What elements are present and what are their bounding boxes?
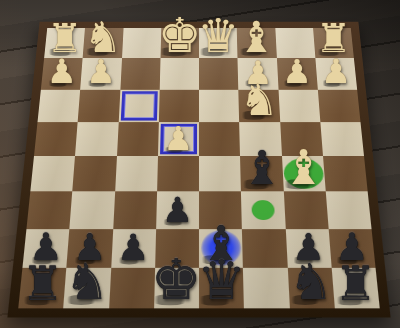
square-d4[interactable] (199, 122, 240, 156)
black-rook-h8[interactable]: ♜ (21, 261, 63, 308)
black-king-e8[interactable]: ♚ (151, 253, 202, 309)
square-a4[interactable] (320, 122, 364, 156)
white-pawn-a2[interactable]: ♟ (321, 55, 351, 89)
square-g5[interactable] (72, 156, 116, 192)
black-knight-b8[interactable]: ♞ (289, 259, 334, 309)
square-h3[interactable] (38, 89, 81, 122)
square-f6[interactable] (113, 192, 157, 229)
move-dot-c6[interactable] (251, 200, 275, 220)
square-f1[interactable] (122, 28, 161, 58)
square-b3[interactable] (278, 89, 320, 122)
white-pawn-b2[interactable]: ♟ (282, 56, 312, 89)
square-e5[interactable] (157, 156, 199, 192)
black-pawn-e6[interactable]: ♟ (162, 193, 193, 228)
square-a3[interactable] (318, 89, 361, 122)
black-bishop-c5[interactable]: ♝ (241, 145, 283, 192)
square-d3[interactable] (199, 89, 239, 122)
square-h4[interactable] (34, 122, 78, 156)
white-pawn-g2[interactable]: ♟ (86, 56, 116, 89)
square-g4[interactable] (75, 122, 118, 156)
square-a5[interactable] (323, 156, 368, 192)
square-f5[interactable] (115, 156, 158, 192)
square-b6[interactable] (283, 192, 328, 229)
black-pawn-f7[interactable]: ♟ (117, 230, 149, 266)
white-bishop-b5[interactable]: ♝ (282, 144, 325, 192)
white-pawn-e4[interactable]: ♟ (164, 122, 194, 155)
square-f3[interactable] (118, 89, 159, 122)
square-c8[interactable] (243, 268, 289, 309)
square-d2[interactable] (199, 58, 239, 89)
square-f4[interactable] (117, 122, 159, 156)
white-pawn-h2[interactable]: ♟ (47, 55, 77, 89)
square-h6[interactable] (26, 192, 72, 229)
square-g3[interactable] (78, 89, 120, 122)
black-queen-d8[interactable]: ♛ (197, 255, 246, 309)
last-move-frame-f3 (120, 91, 157, 120)
black-knight-g8[interactable]: ♞ (65, 259, 110, 309)
app-background: ♜♜♞♝♛♚♟♟♟♟♟♞♟♝♝♟♝♟♟♟♟♟♜♜♞♞♛♚ (0, 0, 400, 328)
square-e3[interactable] (159, 89, 199, 122)
square-c6[interactable] (241, 192, 285, 229)
white-knight-c3[interactable]: ♞ (240, 79, 279, 122)
square-f2[interactable] (120, 58, 160, 89)
square-g6[interactable] (70, 192, 115, 229)
square-f8[interactable] (109, 268, 155, 309)
square-h5[interactable] (30, 156, 75, 192)
square-c7[interactable] (242, 229, 287, 268)
square-d5[interactable] (199, 156, 241, 192)
black-rook-a8[interactable]: ♜ (335, 261, 377, 308)
white-king-e1[interactable]: ♚ (158, 11, 201, 59)
square-a6[interactable] (326, 192, 372, 229)
white-queen-d1[interactable]: ♛ (198, 13, 240, 59)
